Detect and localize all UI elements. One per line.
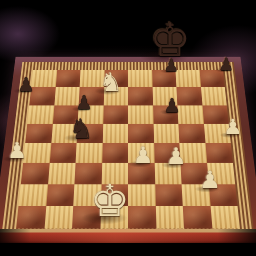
piece-white-pawn-g2[interactable]: ♟ — [199, 168, 221, 192]
square-f2[interactable] — [155, 184, 183, 206]
square-b1[interactable] — [44, 206, 73, 229]
square-a3[interactable] — [21, 163, 49, 184]
square-a8[interactable] — [31, 70, 57, 87]
square-e8[interactable] — [128, 70, 152, 87]
piece-black-pawn-h7[interactable]: ♟ — [218, 56, 233, 73]
board-front-edge — [0, 229, 256, 244]
square-b8[interactable] — [55, 70, 80, 87]
square-b4[interactable] — [49, 143, 76, 163]
square-f1[interactable] — [155, 206, 184, 229]
square-d6[interactable] — [103, 105, 128, 124]
square-g6[interactable] — [177, 105, 203, 124]
piece-white-pawn-a4[interactable]: ♟ — [7, 140, 27, 162]
square-a1[interactable] — [16, 206, 46, 229]
square-c4[interactable] — [76, 143, 103, 163]
square-g1[interactable] — [183, 206, 212, 229]
square-b3[interactable] — [48, 163, 76, 184]
square-h4[interactable] — [205, 143, 233, 163]
square-d5[interactable] — [102, 124, 128, 143]
square-e2[interactable] — [128, 184, 155, 206]
square-d4[interactable] — [102, 143, 128, 163]
square-e5[interactable] — [128, 124, 154, 143]
piece-black-pawn-f5[interactable]: ♟ — [163, 96, 180, 115]
square-e6[interactable] — [128, 105, 153, 124]
square-a5[interactable] — [25, 124, 52, 143]
piece-black-pawn-a6[interactable]: ♟ — [17, 75, 34, 94]
square-a2[interactable] — [19, 184, 48, 206]
square-b2[interactable] — [46, 184, 75, 206]
square-f5[interactable] — [153, 124, 179, 143]
table-shadow — [0, 243, 256, 256]
piece-white-pawn-h5[interactable]: ♟ — [224, 117, 243, 138]
square-g5[interactable] — [178, 124, 205, 143]
square-g8[interactable] — [175, 70, 200, 87]
piece-black-knight-c4[interactable]: ♞ — [69, 115, 93, 142]
piece-white-pawn-e3[interactable]: ♟ — [133, 144, 154, 167]
square-e1[interactable] — [128, 206, 156, 229]
square-a4[interactable] — [23, 143, 51, 163]
square-a6[interactable] — [27, 105, 54, 124]
piece-black-pawn-f7[interactable]: ♟ — [163, 57, 178, 74]
piece-white-king-d1[interactable]: ♚ — [90, 179, 129, 223]
square-h1[interactable] — [210, 206, 240, 229]
piece-white-knight-d6[interactable]: ♞ — [99, 69, 122, 95]
chess-scene: ♚♟♟♟♞♟♟♞♟♟♟♟♟♚ — [0, 0, 256, 256]
square-h7[interactable] — [201, 87, 227, 105]
square-e7[interactable] — [128, 87, 153, 105]
piece-white-pawn-f3[interactable]: ♟ — [166, 145, 187, 168]
piece-black-pawn-c5[interactable]: ♟ — [75, 93, 92, 112]
